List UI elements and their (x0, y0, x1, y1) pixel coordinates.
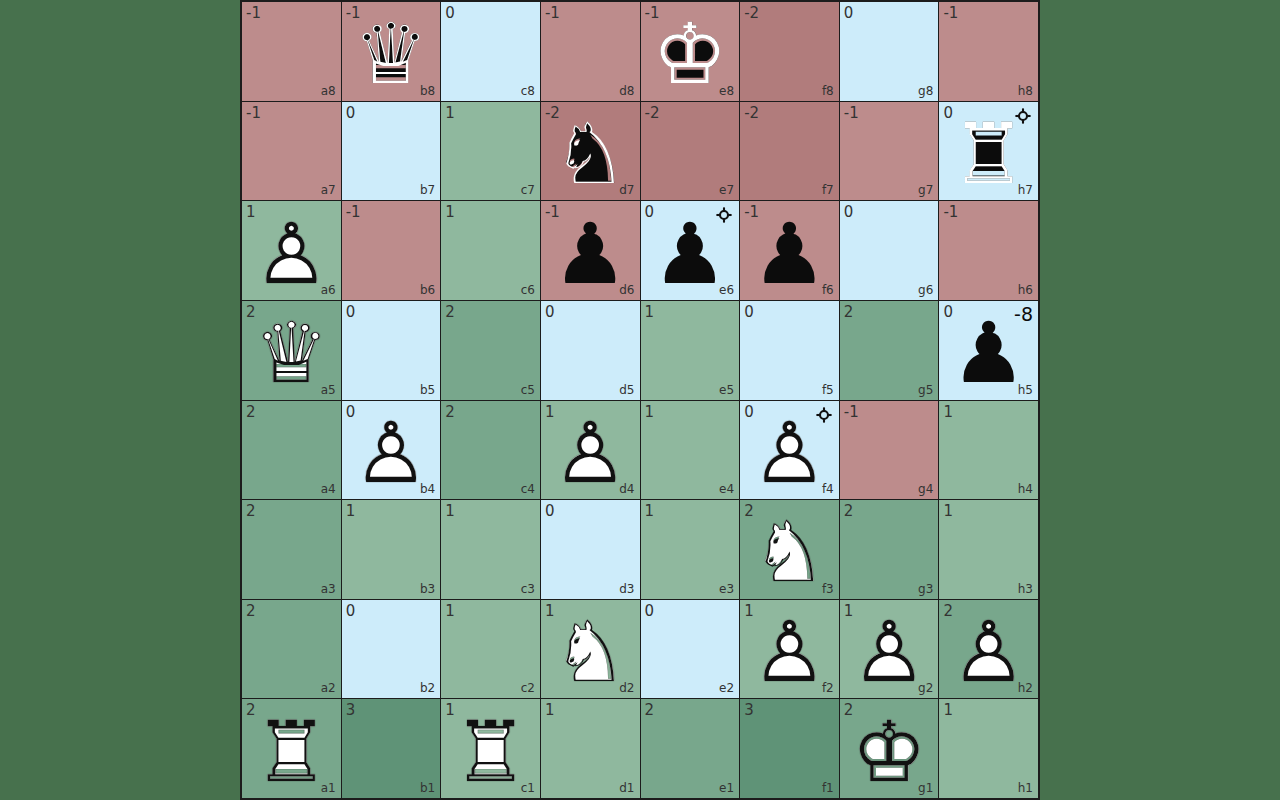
square-coordinate: f2 (822, 681, 834, 695)
control-value: -1 (346, 4, 361, 22)
square-coordinate: g7 (918, 183, 933, 197)
square-e7[interactable]: -2e7 (641, 102, 740, 201)
control-value: 0 (744, 403, 754, 421)
control-value: 0 (346, 303, 356, 321)
square-e6[interactable]: 0♟e6 (641, 201, 740, 300)
control-value: 2 (744, 502, 754, 520)
control-value: 1 (844, 602, 854, 620)
square-coordinate: d4 (619, 482, 634, 496)
square-coordinate: g5 (918, 383, 933, 397)
control-value: -1 (545, 4, 560, 22)
square-h7[interactable]: 0♜♖h7 (939, 102, 1038, 201)
square-coordinate: h2 (1018, 681, 1033, 695)
square-coordinate: f6 (822, 283, 834, 297)
square-coordinate: f3 (822, 582, 834, 596)
square-f1[interactable]: 3f1 (740, 699, 839, 798)
square-b1[interactable]: 3b1 (342, 699, 441, 798)
square-e1[interactable]: 2e1 (641, 699, 740, 798)
control-value: 2 (844, 303, 854, 321)
square-coordinate: b5 (420, 383, 435, 397)
square-g7[interactable]: -1g7 (840, 102, 939, 201)
crosshair-target-icon (816, 407, 832, 427)
square-e8[interactable]: -1♚♔e8 (641, 2, 740, 101)
square-a1[interactable]: 2♜♖a1 (242, 699, 341, 798)
square-e2[interactable]: 0e2 (641, 600, 740, 699)
control-value: -1 (943, 203, 958, 221)
control-value: 0 (943, 303, 953, 321)
control-value: -2 (645, 104, 660, 122)
square-b3[interactable]: 1b3 (342, 500, 441, 599)
square-coordinate: d2 (619, 681, 634, 695)
square-coordinate: a4 (321, 482, 336, 496)
square-g1[interactable]: 2♚♔g1 (840, 699, 939, 798)
square-coordinate: c8 (521, 84, 535, 98)
square-coordinate: d3 (619, 582, 634, 596)
square-coordinate: f4 (822, 482, 834, 496)
square-coordinate: e8 (719, 84, 734, 98)
square-c4[interactable]: 2c4 (441, 401, 540, 500)
square-coordinate: b1 (420, 781, 435, 795)
square-coordinate: e2 (719, 681, 734, 695)
square-c8[interactable]: 0c8 (441, 2, 540, 101)
control-value: -1 (346, 203, 361, 221)
control-value: 0 (346, 403, 356, 421)
control-value: 1 (445, 502, 455, 520)
control-value: -1 (943, 4, 958, 22)
control-value: 1 (445, 701, 455, 719)
control-value: -1 (645, 4, 660, 22)
control-value: 0 (545, 502, 555, 520)
control-value: 2 (445, 403, 455, 421)
square-coordinate: e7 (719, 183, 734, 197)
square-coordinate: h6 (1018, 283, 1033, 297)
control-value: 0 (844, 4, 854, 22)
control-value: 2 (844, 701, 854, 719)
square-b4[interactable]: 0♟♙b4 (342, 401, 441, 500)
square-coordinate: b8 (420, 84, 435, 98)
square-h6[interactable]: -1h6 (939, 201, 1038, 300)
square-coordinate: a3 (321, 582, 336, 596)
square-coordinate: h3 (1018, 582, 1033, 596)
control-value: 3 (346, 701, 356, 719)
control-value: 1 (346, 502, 356, 520)
square-coordinate: b3 (420, 582, 435, 596)
control-value: 2 (645, 701, 655, 719)
square-f2[interactable]: 1♟♙f2 (740, 600, 839, 699)
square-a4[interactable]: 2a4 (242, 401, 341, 500)
square-g6[interactable]: 0g6 (840, 201, 939, 300)
square-a7[interactable]: -1a7 (242, 102, 341, 201)
square-f3[interactable]: 2♞♘f3 (740, 500, 839, 599)
square-e3[interactable]: 1e3 (641, 500, 740, 599)
control-value: 1 (943, 701, 953, 719)
square-coordinate: h1 (1018, 781, 1033, 795)
loss-annotation: -8 (1014, 303, 1033, 325)
square-b6[interactable]: -1b6 (342, 201, 441, 300)
square-coordinate: g1 (918, 781, 933, 795)
square-coordinate: d6 (619, 283, 634, 297)
square-coordinate: c2 (521, 681, 535, 695)
square-coordinate: e6 (719, 283, 734, 297)
square-h8[interactable]: -1h8 (939, 2, 1038, 101)
control-value: -1 (246, 4, 261, 22)
control-value: 0 (346, 602, 356, 620)
control-value: -1 (844, 403, 859, 421)
square-coordinate: f5 (822, 383, 834, 397)
square-coordinate: e1 (719, 781, 734, 795)
square-b2[interactable]: 0b2 (342, 600, 441, 699)
square-a3[interactable]: 2a3 (242, 500, 341, 599)
chess-board: -1a8-1♛♕b80c8-1d8-1♚♔e8-2f80g8-1h8-1a70b… (240, 0, 1040, 800)
control-value: -1 (545, 203, 560, 221)
square-coordinate: d1 (619, 781, 634, 795)
control-value: 2 (943, 602, 953, 620)
square-a5[interactable]: 2♛♕a5 (242, 301, 341, 400)
square-g4[interactable]: -1g4 (840, 401, 939, 500)
square-coordinate: h4 (1018, 482, 1033, 496)
square-coordinate: c4 (521, 482, 535, 496)
control-value: 2 (246, 403, 256, 421)
control-value: 0 (645, 203, 655, 221)
square-e4[interactable]: 1e4 (641, 401, 740, 500)
control-value: 1 (445, 203, 455, 221)
square-d7[interactable]: -2♞♘d7 (541, 102, 640, 201)
square-h1[interactable]: 1h1 (939, 699, 1038, 798)
square-a6[interactable]: 1♟♙a6 (242, 201, 341, 300)
square-coordinate: c7 (521, 183, 535, 197)
square-coordinate: d7 (619, 183, 634, 197)
square-f7[interactable]: -2f7 (740, 102, 839, 201)
square-coordinate: b2 (420, 681, 435, 695)
square-d2[interactable]: 1♞♘d2 (541, 600, 640, 699)
square-coordinate: f7 (822, 183, 834, 197)
control-value: 1 (943, 502, 953, 520)
square-b5[interactable]: 0b5 (342, 301, 441, 400)
control-value: -1 (844, 104, 859, 122)
control-value: 2 (246, 502, 256, 520)
square-coordinate: c6 (521, 283, 535, 297)
control-value: -2 (744, 4, 759, 22)
square-h4[interactable]: 1h4 (939, 401, 1038, 500)
square-g8[interactable]: 0g8 (840, 2, 939, 101)
square-coordinate: e5 (719, 383, 734, 397)
control-value: 2 (844, 502, 854, 520)
square-g3[interactable]: 2g3 (840, 500, 939, 599)
control-value: 0 (943, 104, 953, 122)
square-e5[interactable]: 1e5 (641, 301, 740, 400)
square-coordinate: f1 (822, 781, 834, 795)
square-h3[interactable]: 1h3 (939, 500, 1038, 599)
square-g5[interactable]: 2g5 (840, 301, 939, 400)
control-value: -1 (744, 203, 759, 221)
control-value: 1 (645, 502, 655, 520)
square-c7[interactable]: 1c7 (441, 102, 540, 201)
square-d1[interactable]: 1d1 (541, 699, 640, 798)
crosshair-target-icon (716, 207, 732, 227)
control-value: 0 (844, 203, 854, 221)
square-coordinate: e4 (719, 482, 734, 496)
control-value: 3 (744, 701, 754, 719)
control-value: 0 (645, 602, 655, 620)
square-coordinate: b4 (420, 482, 435, 496)
square-b7[interactable]: 0b7 (342, 102, 441, 201)
control-value: 0 (445, 4, 455, 22)
square-coordinate: g6 (918, 283, 933, 297)
square-c2[interactable]: 1c2 (441, 600, 540, 699)
square-coordinate: f8 (822, 84, 834, 98)
control-value: 0 (545, 303, 555, 321)
square-coordinate: a6 (321, 283, 336, 297)
square-h5[interactable]: 0-8♟h5 (939, 301, 1038, 400)
square-coordinate: g4 (918, 482, 933, 496)
square-c3[interactable]: 1c3 (441, 500, 540, 599)
square-f8[interactable]: -2f8 (740, 2, 839, 101)
control-value: 1 (445, 602, 455, 620)
square-coordinate: a5 (321, 383, 336, 397)
square-coordinate: d5 (619, 383, 634, 397)
square-d6[interactable]: -1♟d6 (541, 201, 640, 300)
square-b8[interactable]: -1♛♕b8 (342, 2, 441, 101)
square-d8[interactable]: -1d8 (541, 2, 640, 101)
square-coordinate: c5 (521, 383, 535, 397)
control-value: -1 (246, 104, 261, 122)
control-value: 2 (445, 303, 455, 321)
square-h2[interactable]: 2♟♙h2 (939, 600, 1038, 699)
square-c1[interactable]: 1♜♖c1 (441, 699, 540, 798)
control-value: 1 (246, 203, 256, 221)
control-value: 1 (445, 104, 455, 122)
square-a2[interactable]: 2a2 (242, 600, 341, 699)
control-value: 2 (246, 602, 256, 620)
control-value: 1 (545, 403, 555, 421)
square-coordinate: h8 (1018, 84, 1033, 98)
control-value: 1 (545, 602, 555, 620)
square-f6[interactable]: -1♟f6 (740, 201, 839, 300)
square-coordinate: g3 (918, 582, 933, 596)
square-coordinate: c3 (521, 582, 535, 596)
square-coordinate: a7 (321, 183, 336, 197)
control-value: 1 (943, 403, 953, 421)
square-coordinate: g2 (918, 681, 933, 695)
square-d4[interactable]: 1♟♙d4 (541, 401, 640, 500)
control-value: 0 (744, 303, 754, 321)
square-coordinate: h7 (1018, 183, 1033, 197)
square-coordinate: a8 (321, 84, 336, 98)
control-value: 1 (545, 701, 555, 719)
square-g2[interactable]: 1♟♙g2 (840, 600, 939, 699)
control-value: -2 (545, 104, 560, 122)
crosshair-target-icon (1015, 108, 1031, 128)
control-value: 2 (246, 303, 256, 321)
square-coordinate: g8 (918, 84, 933, 98)
square-f4[interactable]: 0♟♙f4 (740, 401, 839, 500)
square-coordinate: c1 (521, 781, 535, 795)
square-coordinate: b7 (420, 183, 435, 197)
square-d3[interactable]: 0d3 (541, 500, 640, 599)
square-c5[interactable]: 2c5 (441, 301, 540, 400)
square-a8[interactable]: -1a8 (242, 2, 341, 101)
control-value: 1 (744, 602, 754, 620)
control-value: 1 (645, 403, 655, 421)
square-d5[interactable]: 0d5 (541, 301, 640, 400)
control-value: 1 (645, 303, 655, 321)
square-coordinate: d8 (619, 84, 634, 98)
control-value: 2 (246, 701, 256, 719)
control-value: -2 (744, 104, 759, 122)
square-f5[interactable]: 0f5 (740, 301, 839, 400)
square-coordinate: e3 (719, 582, 734, 596)
square-c6[interactable]: 1c6 (441, 201, 540, 300)
square-coordinate: a2 (321, 681, 336, 695)
square-coordinate: b6 (420, 283, 435, 297)
control-value: 0 (346, 104, 356, 122)
square-coordinate: h5 (1018, 383, 1033, 397)
square-coordinate: a1 (321, 781, 336, 795)
